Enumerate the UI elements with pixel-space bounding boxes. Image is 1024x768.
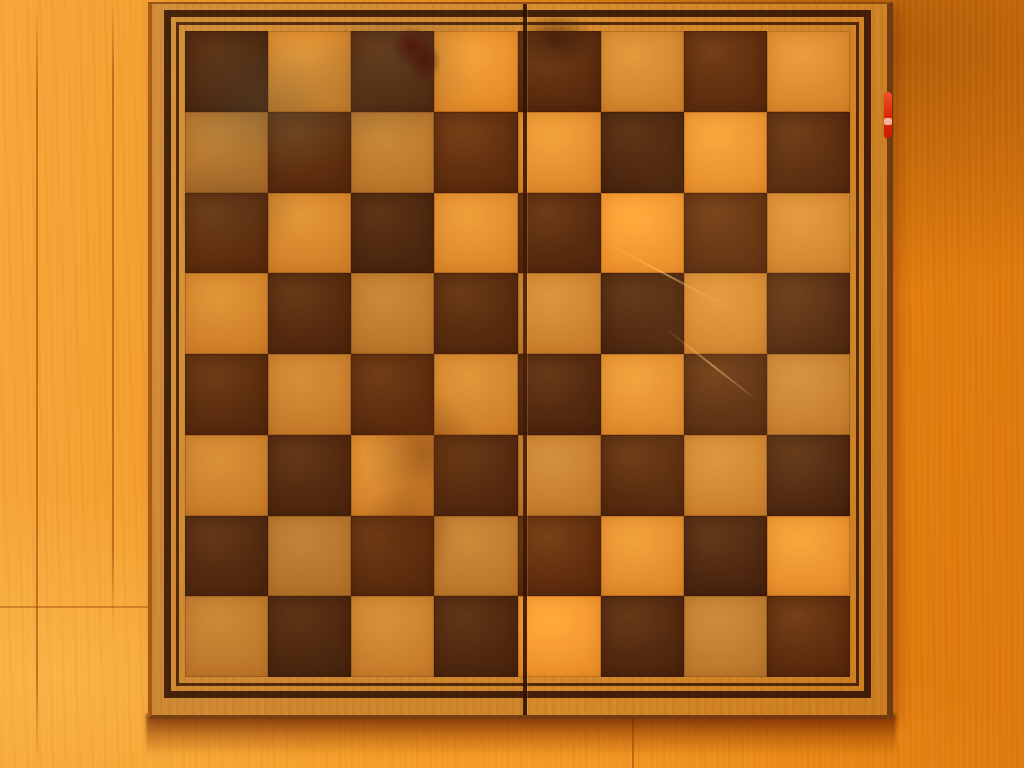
board-square[interactable] (434, 596, 517, 677)
table-plank-seam (36, 0, 38, 768)
board-square[interactable] (185, 354, 268, 435)
board-square[interactable] (601, 596, 684, 677)
board-square[interactable] (351, 354, 434, 435)
board-square[interactable] (767, 516, 850, 597)
board-square[interactable] (351, 112, 434, 193)
table-plank-seam (112, 0, 114, 620)
board-square[interactable] (268, 435, 351, 516)
board-square[interactable] (518, 354, 601, 435)
scene (0, 0, 1024, 768)
board-fold-seam (523, 4, 527, 715)
board-square[interactable] (601, 273, 684, 354)
board-square[interactable] (351, 193, 434, 274)
board-square[interactable] (185, 516, 268, 597)
board-square[interactable] (351, 273, 434, 354)
board-square[interactable] (268, 193, 351, 274)
board-square[interactable] (518, 516, 601, 597)
board-square[interactable] (767, 112, 850, 193)
board-square[interactable] (684, 596, 767, 677)
board-square[interactable] (351, 596, 434, 677)
board-square[interactable] (518, 273, 601, 354)
board-square[interactable] (518, 193, 601, 274)
board-square[interactable] (268, 596, 351, 677)
board-square[interactable] (767, 193, 850, 274)
board-square[interactable] (185, 273, 268, 354)
red-pin (884, 92, 892, 138)
board-square[interactable] (518, 31, 601, 112)
board-square[interactable] (351, 435, 434, 516)
board-square[interactable] (185, 31, 268, 112)
board-square[interactable] (601, 112, 684, 193)
table-plank-seam (0, 606, 148, 608)
board-square[interactable] (684, 354, 767, 435)
board-square[interactable] (684, 193, 767, 274)
board-square[interactable] (601, 31, 684, 112)
game-board (148, 2, 893, 719)
board-square[interactable] (434, 193, 517, 274)
board-square[interactable] (684, 31, 767, 112)
red-pin-highlight (884, 118, 892, 125)
board-square[interactable] (518, 435, 601, 516)
board-square[interactable] (601, 435, 684, 516)
board-square[interactable] (268, 273, 351, 354)
board-square[interactable] (601, 193, 684, 274)
board-square[interactable] (601, 516, 684, 597)
board-square[interactable] (268, 516, 351, 597)
board-square[interactable] (434, 273, 517, 354)
board-square[interactable] (601, 354, 684, 435)
board-square[interactable] (268, 31, 351, 112)
board-square[interactable] (518, 596, 601, 677)
board-square[interactable] (767, 596, 850, 677)
board-square[interactable] (518, 112, 601, 193)
board-square[interactable] (185, 596, 268, 677)
board-square[interactable] (268, 112, 351, 193)
board-square[interactable] (767, 435, 850, 516)
board-square[interactable] (767, 273, 850, 354)
board-square[interactable] (684, 112, 767, 193)
board-square[interactable] (185, 435, 268, 516)
board-square[interactable] (351, 516, 434, 597)
board-square[interactable] (767, 354, 850, 435)
board-square[interactable] (684, 273, 767, 354)
board-squares (185, 31, 850, 677)
board-square[interactable] (684, 435, 767, 516)
board-square[interactable] (434, 516, 517, 597)
board-square[interactable] (434, 112, 517, 193)
board-square[interactable] (434, 31, 517, 112)
board-square[interactable] (185, 193, 268, 274)
board-square[interactable] (351, 31, 434, 112)
board-square[interactable] (268, 354, 351, 435)
board-square[interactable] (434, 435, 517, 516)
board-square[interactable] (684, 516, 767, 597)
board-square[interactable] (767, 31, 850, 112)
board-shadow (146, 714, 896, 756)
board-square[interactable] (185, 112, 268, 193)
board-square[interactable] (434, 354, 517, 435)
